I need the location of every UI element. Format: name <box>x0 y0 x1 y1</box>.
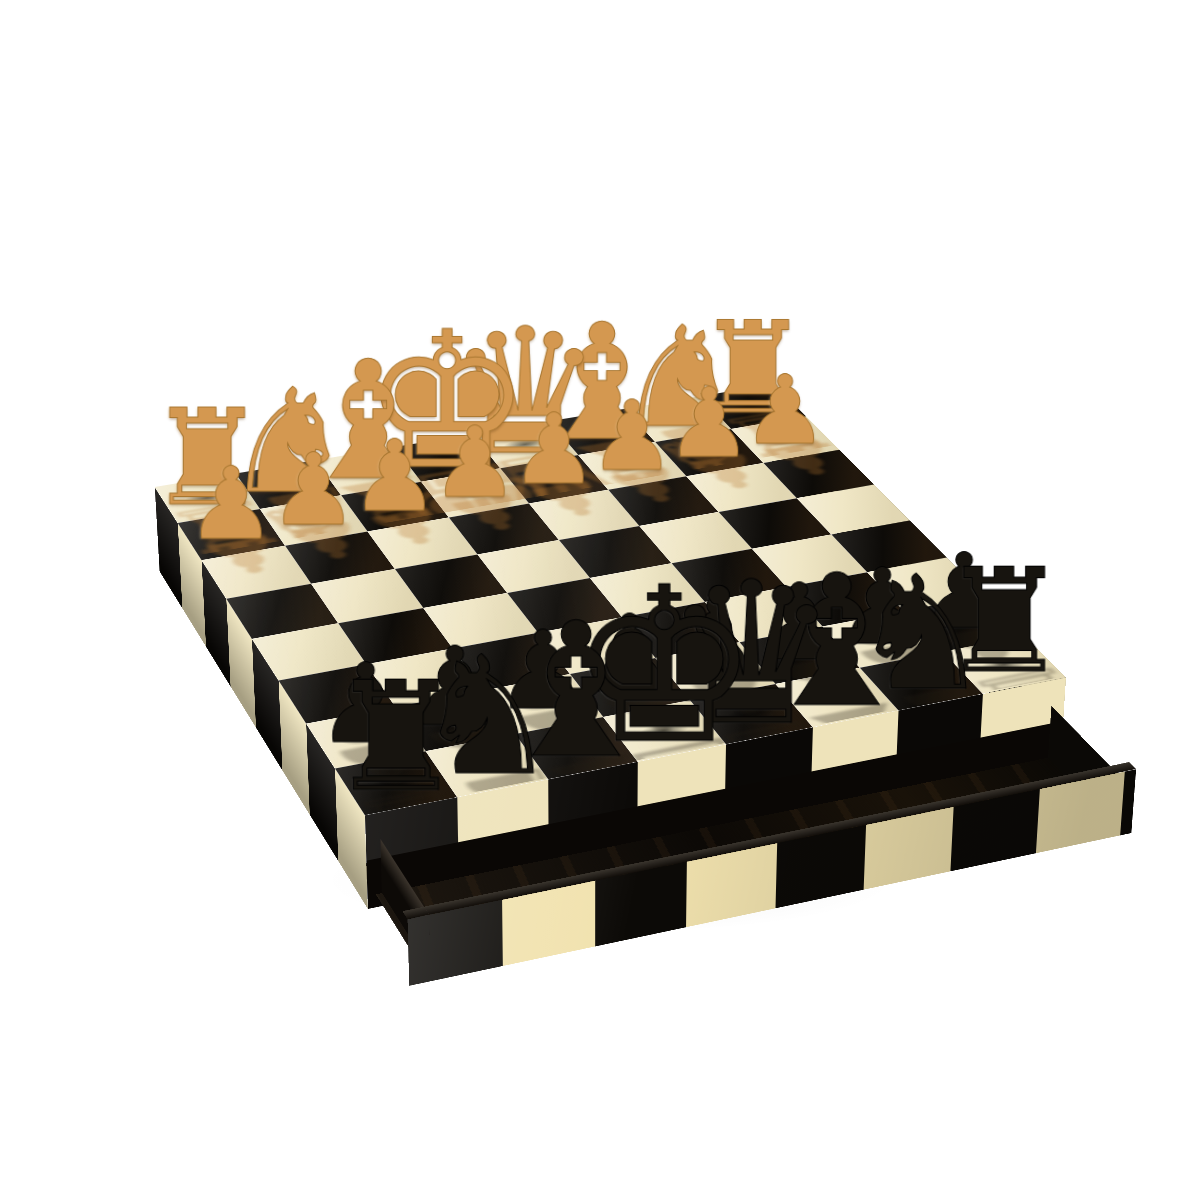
scene: ♜♜♞♞♝♝♚♚♛♛♝♝♞♞♜♜♟♟♟♟♟♟♟♟♟♟♟♟♟♟♟♟♟♟♟♟♟♟♟♟… <box>238 226 942 930</box>
product-photo-stage: ♜♜♞♞♝♝♚♚♛♛♝♝♞♞♜♜♟♟♟♟♟♟♟♟♟♟♟♟♟♟♟♟♟♟♟♟♟♟♟♟… <box>0 0 1200 1200</box>
chess-box: ♜♜♞♞♝♝♚♚♛♛♝♝♞♞♜♜♟♟♟♟♟♟♟♟♟♟♟♟♟♟♟♟♟♟♟♟♟♟♟♟… <box>155 384 1066 815</box>
square-a4 <box>797 485 910 535</box>
